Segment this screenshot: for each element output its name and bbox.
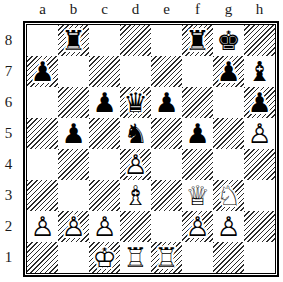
piece-black-queen: ♛♛	[120, 87, 151, 118]
square-f4[interactable]	[182, 149, 213, 180]
square-e7[interactable]	[151, 56, 182, 87]
board-frame: ♜♜♜♜♚♚♟♟♟♟♝♝♟♟♛♛♟♟♟♟♟♟♞♞♟♟♟♙♟♙♝♗♛♕♞♘♟♙♟♙…	[23, 21, 279, 277]
square-f6[interactable]	[182, 87, 213, 118]
piece-glyph: ♟	[216, 58, 240, 85]
piece-glyph: ♚	[216, 27, 240, 54]
piece-glyph: ♙	[247, 120, 271, 147]
piece-glyph: ♘	[216, 182, 240, 209]
piece-glyph: ♙	[30, 213, 54, 240]
piece-glyph: ♙	[216, 213, 240, 240]
square-a8[interactable]	[27, 25, 58, 56]
piece-glyph: ♝	[247, 58, 271, 85]
file-label-e: e	[163, 2, 170, 17]
piece-black-king: ♚♚	[213, 25, 244, 56]
piece-white-rook: ♜♖	[151, 242, 182, 273]
square-d2[interactable]	[120, 211, 151, 242]
square-b5[interactable]: ♟♟	[58, 118, 89, 149]
piece-white-queen: ♛♕	[182, 180, 213, 211]
piece-white-bishop: ♝♗	[120, 180, 151, 211]
piece-glyph: ♗	[123, 182, 147, 209]
square-b7[interactable]	[58, 56, 89, 87]
piece-glyph: ♙	[123, 151, 147, 178]
square-c8[interactable]	[89, 25, 120, 56]
piece-black-bishop: ♝♝	[244, 56, 275, 87]
rank-label-3: 3	[5, 188, 13, 203]
square-d5[interactable]: ♞♞	[120, 118, 151, 149]
square-d7[interactable]	[120, 56, 151, 87]
square-e3[interactable]	[151, 180, 182, 211]
square-h8[interactable]	[244, 25, 275, 56]
square-b8[interactable]: ♜♜	[58, 25, 89, 56]
piece-glyph: ♖	[123, 244, 147, 271]
square-b3[interactable]	[58, 180, 89, 211]
square-f5[interactable]: ♟♟	[182, 118, 213, 149]
piece-white-pawn: ♟♙	[89, 211, 120, 242]
square-c4[interactable]	[89, 149, 120, 180]
file-label-h: h	[256, 2, 264, 17]
square-a6[interactable]	[27, 87, 58, 118]
square-c5[interactable]	[89, 118, 120, 149]
square-e5[interactable]	[151, 118, 182, 149]
square-c1[interactable]: ♚♔	[89, 242, 120, 273]
square-b2[interactable]: ♟♙	[58, 211, 89, 242]
square-g7[interactable]: ♟♟	[213, 56, 244, 87]
piece-glyph: ♞	[123, 120, 147, 147]
square-b4[interactable]	[58, 149, 89, 180]
file-labels: abcdefgh	[23, 0, 279, 21]
rank-labels: 87654321	[0, 21, 23, 277]
square-g8[interactable]: ♚♚	[213, 25, 244, 56]
piece-black-rook: ♜♜	[182, 25, 213, 56]
square-c6[interactable]: ♟♟	[89, 87, 120, 118]
square-g1[interactable]	[213, 242, 244, 273]
square-a2[interactable]: ♟♙	[27, 211, 58, 242]
square-h3[interactable]	[244, 180, 275, 211]
corner-spacer	[0, 0, 23, 21]
rank-label-2: 2	[5, 219, 13, 234]
square-h7[interactable]: ♝♝	[244, 56, 275, 87]
square-g6[interactable]	[213, 87, 244, 118]
square-g2[interactable]: ♟♙	[213, 211, 244, 242]
piece-black-pawn: ♟♟	[27, 56, 58, 87]
square-f8[interactable]: ♜♜	[182, 25, 213, 56]
square-g4[interactable]	[213, 149, 244, 180]
square-f1[interactable]	[182, 242, 213, 273]
file-label-b: b	[70, 2, 78, 17]
square-h6[interactable]: ♟♟	[244, 87, 275, 118]
piece-glyph: ♜	[61, 27, 85, 54]
square-d3[interactable]: ♝♗	[120, 180, 151, 211]
square-e8[interactable]	[151, 25, 182, 56]
square-c7[interactable]	[89, 56, 120, 87]
chess-board: ♜♜♜♜♚♚♟♟♟♟♝♝♟♟♛♛♟♟♟♟♟♟♞♞♟♟♟♙♟♙♝♗♛♕♞♘♟♙♟♙…	[26, 24, 276, 274]
square-d6[interactable]: ♛♛	[120, 87, 151, 118]
square-a7[interactable]: ♟♟	[27, 56, 58, 87]
piece-white-pawn: ♟♙	[27, 211, 58, 242]
square-h5[interactable]: ♟♙	[244, 118, 275, 149]
piece-white-pawn: ♟♙	[182, 211, 213, 242]
piece-white-pawn: ♟♙	[120, 149, 151, 180]
square-e4[interactable]	[151, 149, 182, 180]
square-h4[interactable]	[244, 149, 275, 180]
rank-label-4: 4	[5, 157, 13, 172]
file-label-c: c	[101, 2, 108, 17]
piece-glyph: ♟	[154, 89, 178, 116]
square-f3[interactable]: ♛♕	[182, 180, 213, 211]
file-label-f: f	[195, 2, 200, 17]
rank-label-1: 1	[5, 250, 13, 265]
piece-black-pawn: ♟♟	[151, 87, 182, 118]
piece-white-pawn: ♟♙	[244, 118, 275, 149]
piece-glyph: ♖	[154, 244, 178, 271]
square-f2[interactable]: ♟♙	[182, 211, 213, 242]
piece-white-pawn: ♟♙	[58, 211, 89, 242]
piece-black-knight: ♞♞	[120, 118, 151, 149]
square-a3[interactable]	[27, 180, 58, 211]
piece-glyph: ♔	[92, 244, 116, 271]
piece-black-pawn: ♟♟	[244, 87, 275, 118]
square-d4[interactable]: ♟♙	[120, 149, 151, 180]
square-a1[interactable]	[27, 242, 58, 273]
square-e2[interactable]	[151, 211, 182, 242]
piece-black-rook: ♜♜	[58, 25, 89, 56]
file-label-g: g	[225, 2, 233, 17]
piece-white-king: ♚♔	[89, 242, 120, 273]
chess-diagram: abcdefgh 87654321 ♜♜♜♜♚♚♟♟♟♟♝♝♟♟♛♛♟♟♟♟♟♟…	[0, 0, 283, 277]
piece-glyph: ♟	[92, 89, 116, 116]
piece-glyph: ♙	[185, 213, 209, 240]
square-b1[interactable]	[58, 242, 89, 273]
rank-label-8: 8	[5, 33, 13, 48]
square-h1[interactable]	[244, 242, 275, 273]
square-d1[interactable]: ♜♖	[120, 242, 151, 273]
piece-black-pawn: ♟♟	[213, 56, 244, 87]
piece-glyph: ♟	[247, 89, 271, 116]
file-label-d: d	[132, 2, 140, 17]
square-h2[interactable]	[244, 211, 275, 242]
piece-black-pawn: ♟♟	[58, 118, 89, 149]
piece-glyph: ♙	[61, 213, 85, 240]
square-e6[interactable]: ♟♟	[151, 87, 182, 118]
square-g3[interactable]: ♞♘	[213, 180, 244, 211]
piece-glyph: ♕	[185, 182, 209, 209]
square-c2[interactable]: ♟♙	[89, 211, 120, 242]
piece-glyph: ♙	[92, 213, 116, 240]
square-b6[interactable]	[58, 87, 89, 118]
square-d8[interactable]	[120, 25, 151, 56]
rank-label-6: 6	[5, 95, 13, 110]
rank-label-7: 7	[5, 64, 13, 79]
piece-white-pawn: ♟♙	[213, 211, 244, 242]
piece-glyph: ♟	[30, 58, 54, 85]
piece-glyph: ♜	[185, 27, 209, 54]
square-a4[interactable]	[27, 149, 58, 180]
square-e1[interactable]: ♜♖	[151, 242, 182, 273]
piece-black-pawn: ♟♟	[89, 87, 120, 118]
piece-white-knight: ♞♘	[213, 180, 244, 211]
square-c3[interactable]	[89, 180, 120, 211]
piece-white-rook: ♜♖	[120, 242, 151, 273]
square-f7[interactable]	[182, 56, 213, 87]
file-label-a: a	[39, 2, 46, 17]
piece-glyph: ♟	[61, 120, 85, 147]
piece-black-pawn: ♟♟	[182, 118, 213, 149]
rank-label-5: 5	[5, 126, 13, 141]
square-a5[interactable]	[27, 118, 58, 149]
piece-glyph: ♛	[123, 89, 147, 116]
square-g5[interactable]	[213, 118, 244, 149]
piece-glyph: ♟	[185, 120, 209, 147]
